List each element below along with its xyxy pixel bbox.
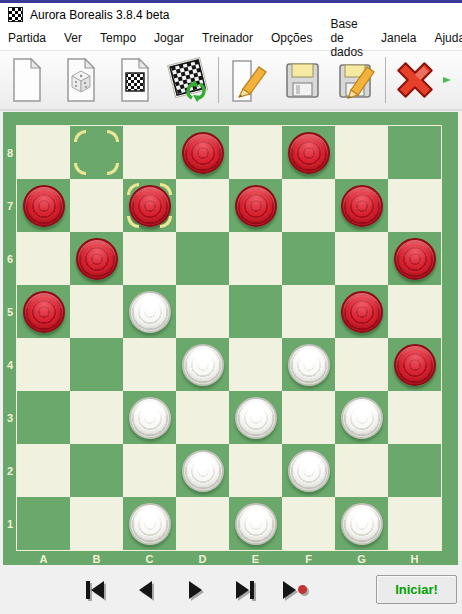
file-label-d: D [176, 552, 229, 565]
menu-opcoes[interactable]: Opções [262, 26, 321, 50]
square-f2[interactable] [282, 444, 335, 497]
new-game-button[interactable] [0, 52, 54, 108]
toolbar-separator [385, 57, 386, 103]
menu-janela[interactable]: Janela [372, 26, 425, 50]
square-a7[interactable] [17, 179, 70, 232]
square-b8[interactable] [70, 126, 123, 179]
last-move-icon [236, 581, 249, 599]
file-label-c: C [123, 552, 176, 565]
red-piece-h6[interactable] [394, 238, 436, 280]
title-bar: Aurora Borealis 3.8.4 beta [0, 0, 462, 26]
square-a6[interactable] [17, 232, 70, 285]
square-c6[interactable] [123, 232, 176, 285]
square-f6[interactable] [282, 232, 335, 285]
move-highlight-corner [160, 183, 172, 195]
board-refresh-icon [166, 55, 212, 105]
square-g1[interactable] [335, 497, 388, 550]
white-piece-g3[interactable] [341, 397, 383, 439]
menu-bar: Partida Ver Tempo Jogar Treinador Opções… [0, 26, 462, 51]
play-record-button[interactable] [270, 575, 320, 605]
square-h2[interactable] [388, 444, 441, 497]
save-game-button[interactable] [275, 52, 329, 108]
white-piece-c1[interactable] [129, 503, 171, 545]
checkers-board: 87654321 ABCDEFGH [3, 112, 458, 565]
square-e5[interactable] [229, 285, 282, 338]
save-game-as-button[interactable] [329, 52, 383, 108]
square-c8[interactable] [123, 126, 176, 179]
square-g7[interactable] [335, 179, 388, 232]
square-g3[interactable] [335, 391, 388, 444]
floppy-disk-icon [280, 56, 324, 104]
record-dot-icon [298, 585, 307, 594]
red-piece-b6[interactable] [76, 238, 118, 280]
square-b2[interactable] [70, 444, 123, 497]
square-c2[interactable] [123, 444, 176, 497]
control-bar: Iniciar! [0, 565, 462, 614]
menu-ajuda[interactable]: Ajuda [425, 26, 462, 50]
red-piece-d8[interactable] [182, 132, 224, 174]
move-navigation [70, 575, 320, 605]
square-b1[interactable] [70, 497, 123, 550]
last-move-button[interactable] [220, 575, 270, 605]
square-d6[interactable] [176, 232, 229, 285]
square-c4[interactable] [123, 338, 176, 391]
white-piece-g1[interactable] [341, 503, 383, 545]
page-pencil-icon [226, 56, 270, 104]
square-a1[interactable] [17, 497, 70, 550]
square-h7[interactable] [388, 179, 441, 232]
app-checkerboard-icon [8, 7, 23, 22]
square-f1[interactable] [282, 497, 335, 550]
white-piece-d4[interactable] [182, 344, 224, 386]
blank-page-icon [5, 56, 49, 104]
move-highlight-corner [127, 216, 139, 228]
square-a8[interactable] [17, 126, 70, 179]
menu-jogar[interactable]: Jogar [145, 26, 193, 50]
rank-labels: 87654321 [3, 126, 17, 550]
square-e7[interactable] [229, 179, 282, 232]
red-piece-e7[interactable] [235, 185, 277, 227]
menu-treinador[interactable]: Treinador [193, 26, 262, 50]
menu-tempo[interactable]: Tempo [91, 26, 145, 50]
square-c7[interactable] [123, 179, 176, 232]
rank-label-4: 4 [3, 338, 17, 391]
red-piece-g5[interactable] [341, 291, 383, 333]
square-a4[interactable] [17, 338, 70, 391]
red-piece-g7[interactable] [341, 185, 383, 227]
move-highlight-corner [160, 216, 172, 228]
square-d5[interactable] [176, 285, 229, 338]
menu-partida[interactable]: Partida [0, 26, 55, 50]
rank-label-6: 6 [3, 232, 17, 285]
next-move-button[interactable] [170, 575, 220, 605]
rank-label-8: 8 [3, 126, 17, 179]
square-f7[interactable] [282, 179, 335, 232]
menu-base-de-dados[interactable]: Base de dados [321, 26, 372, 50]
white-piece-f2[interactable] [288, 450, 330, 492]
random-position-button[interactable] [54, 52, 108, 108]
square-h4[interactable] [388, 338, 441, 391]
next-move-icon [189, 581, 202, 599]
window-title: Aurora Borealis 3.8.4 beta [30, 8, 169, 22]
square-e6[interactable] [229, 232, 282, 285]
page-checkerboard-icon [113, 56, 157, 104]
square-g6[interactable] [335, 232, 388, 285]
square-c1[interactable] [123, 497, 176, 550]
square-h5[interactable] [388, 285, 441, 338]
square-e4[interactable] [229, 338, 282, 391]
square-d2[interactable] [176, 444, 229, 497]
white-piece-c5[interactable] [129, 291, 171, 333]
square-b5[interactable] [70, 285, 123, 338]
start-button[interactable]: Iniciar! [376, 575, 457, 604]
square-f4[interactable] [282, 338, 335, 391]
square-a3[interactable] [17, 391, 70, 444]
square-f8[interactable] [282, 126, 335, 179]
square-b6[interactable] [70, 232, 123, 285]
square-h6[interactable] [388, 232, 441, 285]
move-highlight-corner [74, 130, 86, 142]
close-button[interactable] [388, 52, 442, 108]
square-b4[interactable] [70, 338, 123, 391]
square-h1[interactable] [388, 497, 441, 550]
first-move-button[interactable] [70, 575, 120, 605]
rank-label-5: 5 [3, 285, 17, 338]
rank-label-3: 3 [3, 391, 17, 444]
file-label-e: E [229, 552, 282, 565]
toolbar-overflow-chevron[interactable] [443, 75, 451, 85]
square-a5[interactable] [17, 285, 70, 338]
square-f3[interactable] [282, 391, 335, 444]
square-a2[interactable] [17, 444, 70, 497]
square-d1[interactable] [176, 497, 229, 550]
rank-label-1: 1 [3, 497, 17, 550]
square-d7[interactable] [176, 179, 229, 232]
red-piece-a5[interactable] [23, 291, 65, 333]
red-piece-h4[interactable] [394, 344, 436, 386]
board-squares [17, 126, 441, 550]
square-d8[interactable] [176, 126, 229, 179]
file-label-h: H [388, 552, 441, 565]
square-e1[interactable] [229, 497, 282, 550]
square-b7[interactable] [70, 179, 123, 232]
floppy-pencil-icon [334, 56, 378, 104]
white-piece-c3[interactable] [129, 397, 171, 439]
file-label-a: A [17, 552, 70, 565]
edit-game-button[interactable] [221, 52, 275, 108]
square-d4[interactable] [176, 338, 229, 391]
file-label-b: B [70, 552, 123, 565]
move-highlight-corner [107, 163, 119, 175]
file-label-g: G [335, 552, 388, 565]
white-piece-e3[interactable] [235, 397, 277, 439]
first-move-icon [86, 581, 90, 599]
page-dice-icon [59, 56, 103, 104]
play-icon [283, 581, 296, 599]
previous-move-button[interactable] [120, 575, 170, 605]
square-g2[interactable] [335, 444, 388, 497]
square-b3[interactable] [70, 391, 123, 444]
square-e8[interactable] [229, 126, 282, 179]
square-d3[interactable] [176, 391, 229, 444]
square-g4[interactable] [335, 338, 388, 391]
app-window: Aurora Borealis 3.8.4 beta Partida Ver T… [0, 0, 462, 614]
setup-position-button[interactable] [108, 52, 162, 108]
file-label-f: F [282, 552, 335, 565]
previous-move-icon [139, 581, 152, 599]
square-c3[interactable] [123, 391, 176, 444]
white-piece-f4[interactable] [288, 344, 330, 386]
red-x-icon [392, 57, 438, 103]
square-h3[interactable] [388, 391, 441, 444]
move-highlight-corner [107, 130, 119, 142]
rank-label-2: 2 [3, 444, 17, 497]
square-g8[interactable] [335, 126, 388, 179]
white-piece-e1[interactable] [235, 503, 277, 545]
toolbar [0, 51, 462, 111]
square-e2[interactable] [229, 444, 282, 497]
square-g5[interactable] [335, 285, 388, 338]
move-highlight-corner [74, 163, 86, 175]
square-c5[interactable] [123, 285, 176, 338]
square-e3[interactable] [229, 391, 282, 444]
white-piece-d2[interactable] [182, 450, 224, 492]
rank-label-7: 7 [3, 179, 17, 232]
menu-ver[interactable]: Ver [55, 26, 91, 50]
flip-board-button[interactable] [162, 52, 216, 108]
square-h8[interactable] [388, 126, 441, 179]
red-piece-f8[interactable] [288, 132, 330, 174]
move-highlight-corner [127, 183, 139, 195]
toolbar-separator [218, 57, 219, 103]
red-piece-a7[interactable] [23, 185, 65, 227]
file-labels: ABCDEFGH [17, 552, 441, 565]
square-f5[interactable] [282, 285, 335, 338]
